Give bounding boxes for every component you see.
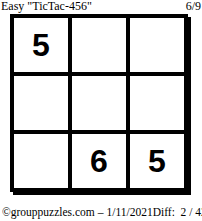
footer: ©grouppuzzles.com – 1/11/2021 Diff: 2 / … [2,206,200,219]
footer-left: ©grouppuzzles.com – 1/11/2021 [2,206,153,219]
cell-r3c2: 6 [72,134,126,188]
cell-r1c2[interactable] [72,18,126,72]
progress-counter: 6/9 [186,0,201,13]
given-number: 5 [148,145,166,177]
puzzle-title: Easy "TicTac-456" [1,0,92,13]
puzzle-page: Easy "TicTac-456" 6/9 5 6 5 ©grouppuzzle… [0,0,202,221]
header: Easy "TicTac-456" 6/9 [0,0,202,13]
separator-dash: – [98,206,104,219]
difficulty-text: Diff: 2 / 42 [153,206,202,219]
given-number: 6 [90,145,108,177]
cell-r2c2[interactable] [72,76,126,130]
cell-r1c1: 5 [14,18,68,72]
cell-r2c1[interactable] [14,76,68,130]
cell-r2c3[interactable] [130,76,184,130]
date-text: 1/11/2021 [106,206,152,219]
cell-r3c1[interactable] [14,134,68,188]
given-number: 5 [32,29,50,61]
cell-r1c3[interactable] [130,18,184,72]
copyright-text: ©grouppuzzles.com [2,206,95,219]
tictac-board: 5 6 5 [10,14,188,192]
cell-r3c3: 5 [130,134,184,188]
